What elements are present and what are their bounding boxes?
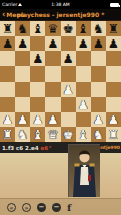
black-pawn: ♟: [17, 36, 28, 51]
nav-bar: ‹ Menu playchess - jersentje990 *: [0, 9, 121, 21]
black-pawn: ♟: [93, 36, 104, 51]
square-e1[interactable]: ♚: [61, 127, 76, 142]
black-rook: ♜: [2, 21, 13, 36]
square-g7[interactable]: ♟: [91, 36, 106, 51]
white-pawn: ♟: [17, 112, 28, 127]
square-h2[interactable]: ♟: [106, 112, 121, 127]
battery-icon: [110, 3, 119, 7]
black-pawn: ♟: [2, 36, 13, 51]
square-d2[interactable]: ♟: [45, 112, 60, 127]
square-d5[interactable]: [45, 66, 60, 81]
white-pawn: ♟: [32, 112, 43, 127]
square-f7[interactable]: ♟: [76, 36, 91, 51]
black-queen: ♛: [47, 21, 58, 36]
square-b5[interactable]: [15, 66, 30, 81]
white-queen: ♛: [47, 127, 58, 142]
square-h1[interactable]: ♜: [106, 127, 121, 142]
white-pawn: ♟: [62, 82, 73, 97]
square-a7[interactable]: ♟: [0, 36, 15, 51]
square-c4[interactable]: [30, 82, 45, 97]
square-d8[interactable]: ♛: [45, 21, 60, 36]
square-g5[interactable]: [91, 66, 106, 81]
white-king: ♚: [62, 127, 73, 142]
square-f3[interactable]: ♟: [76, 97, 91, 112]
last-move: e6: [41, 145, 49, 151]
back-label: Menu: [6, 11, 25, 18]
square-c2[interactable]: ♟: [30, 112, 45, 127]
move-list-bar: 1.f3 c6 2.e4 e6 * jersentje990: [0, 142, 121, 153]
square-f5[interactable]: [76, 66, 91, 81]
square-g6[interactable]: [91, 51, 106, 66]
square-h5[interactable]: [106, 66, 121, 81]
game-marker: *: [49, 145, 51, 150]
black-king: ♚: [62, 21, 73, 36]
white-pawn: ♟: [2, 112, 13, 127]
square-g3[interactable]: [91, 97, 106, 112]
square-c7[interactable]: [30, 36, 45, 51]
square-d3[interactable]: [45, 97, 60, 112]
square-f1[interactable]: ♝: [76, 127, 91, 142]
square-c6[interactable]: ♟: [30, 51, 45, 66]
square-g8[interactable]: ♞: [91, 21, 106, 36]
app-screen: Carrier 1:38 AM ‹ Menu playchess - jerse…: [0, 0, 121, 215]
square-b7[interactable]: ♟: [15, 36, 30, 51]
square-e7[interactable]: [61, 36, 76, 51]
square-c8[interactable]: ♝: [30, 21, 45, 36]
black-pawn: ♟: [78, 36, 89, 51]
square-c3[interactable]: [30, 97, 45, 112]
black-pawn: ♟: [32, 51, 43, 66]
player-avatar-napoleon[interactable]: [68, 144, 100, 197]
square-f4[interactable]: [76, 82, 91, 97]
white-bishop: ♝: [78, 127, 89, 142]
square-a5[interactable]: [0, 66, 15, 81]
square-a6[interactable]: [0, 51, 15, 66]
black-rook: ♜: [108, 21, 119, 36]
square-f6[interactable]: [76, 51, 91, 66]
black-pawn: ♟: [47, 36, 58, 51]
move-list: 1.f3 c6 2.e4: [2, 145, 39, 151]
square-e3[interactable]: [61, 97, 76, 112]
square-g4[interactable]: [91, 82, 106, 97]
status-time: 1:38 AM: [41, 2, 80, 7]
wifi-icon: [18, 3, 22, 6]
square-e6[interactable]: ♟: [61, 51, 76, 66]
black-knight: ♞: [93, 21, 104, 36]
black-pawn: ♟: [108, 36, 119, 51]
square-b6[interactable]: [15, 51, 30, 66]
bottom-toolbar: « » − − f: [0, 198, 121, 215]
square-c5[interactable]: [30, 66, 45, 81]
black-bishop: ♝: [78, 21, 89, 36]
square-a4[interactable]: [0, 82, 15, 97]
square-a3[interactable]: [0, 97, 15, 112]
square-h4[interactable]: [106, 82, 121, 97]
square-c1[interactable]: ♝: [30, 127, 45, 142]
square-b4[interactable]: [15, 82, 30, 97]
square-d4[interactable]: [45, 82, 60, 97]
square-g1[interactable]: ♞: [91, 127, 106, 142]
square-b3[interactable]: [15, 97, 30, 112]
menu-back-button[interactable]: ‹ Menu: [0, 11, 25, 18]
fast-forward-icon[interactable]: »: [22, 203, 31, 212]
square-a8[interactable]: ♜: [0, 21, 15, 36]
facebook-icon[interactable]: f: [67, 202, 71, 213]
square-d7[interactable]: ♟: [45, 36, 60, 51]
carrier-label: Carrier: [2, 2, 17, 7]
rewind-icon[interactable]: «: [7, 203, 16, 212]
square-b2[interactable]: ♟: [15, 112, 30, 127]
square-a1[interactable]: ♜: [0, 127, 15, 142]
square-b1[interactable]: ♞: [15, 127, 30, 142]
black-knight: ♞: [17, 21, 28, 36]
minus-circle-icon-left[interactable]: −: [37, 203, 46, 212]
square-f2[interactable]: [76, 112, 91, 127]
status-bar: Carrier 1:38 AM: [0, 0, 121, 9]
square-d1[interactable]: ♛: [45, 127, 60, 142]
square-e5[interactable]: [61, 66, 76, 81]
square-d6[interactable]: [45, 51, 60, 66]
black-pawn: ♟: [62, 51, 73, 66]
white-rook: ♜: [2, 127, 13, 142]
napoleon-portrait-image: [69, 145, 100, 197]
white-pawn: ♟: [78, 97, 89, 112]
square-h7[interactable]: ♟: [106, 36, 121, 51]
square-a2[interactable]: ♟: [0, 112, 15, 127]
white-bishop: ♝: [32, 127, 43, 142]
white-knight: ♞: [17, 127, 28, 142]
minus-circle-icon-right[interactable]: −: [52, 203, 61, 212]
square-e4[interactable]: ♟: [61, 82, 76, 97]
square-f8[interactable]: ♝: [76, 21, 91, 36]
white-pawn: ♟: [47, 112, 58, 127]
square-h8[interactable]: ♜: [106, 21, 121, 36]
back-chevron-icon: ‹: [2, 12, 5, 18]
black-bishop: ♝: [32, 21, 43, 36]
white-rook: ♜: [108, 127, 119, 142]
square-g2[interactable]: ♟: [91, 112, 106, 127]
square-e2[interactable]: [61, 112, 76, 127]
chess-board[interactable]: ♜♞♝♛♚♝♞♜♟♟♟♟♟♟♟♟♟♟♟♟♟♟♟♟♜♞♝♛♚♝♞♜: [0, 21, 121, 142]
white-pawn: ♟: [108, 112, 119, 127]
square-e8[interactable]: ♚: [61, 21, 76, 36]
square-h6[interactable]: [106, 51, 121, 66]
square-h3[interactable]: [106, 97, 121, 112]
white-knight: ♞: [93, 127, 104, 142]
square-b8[interactable]: ♞: [15, 21, 30, 36]
white-pawn: ♟: [93, 112, 104, 127]
